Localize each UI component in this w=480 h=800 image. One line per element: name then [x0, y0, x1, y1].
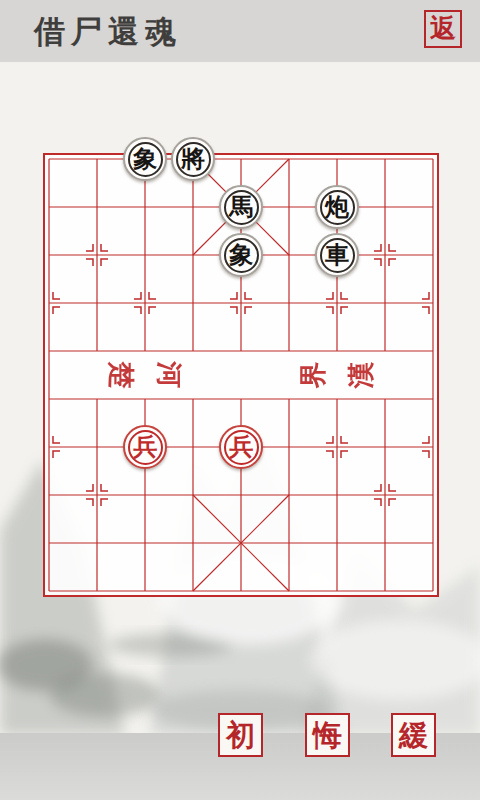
piece-ring: 象 — [128, 142, 163, 177]
restart-button[interactable]: 初 — [218, 713, 263, 757]
piece-ring: 兵 — [224, 430, 259, 465]
back-button[interactable]: 返 — [424, 10, 462, 48]
piece-ring: 馬 — [224, 190, 259, 225]
piece-glyph: 象 — [229, 243, 253, 267]
xiangqi-board[interactable]: 楚河界漢 象將馬炮象車兵兵 — [25, 135, 457, 615]
piece-ring: 象 — [224, 238, 259, 273]
undo-button[interactable]: 悔 — [305, 713, 350, 757]
piece-black-horse[interactable]: 馬 — [219, 185, 263, 229]
piece-glyph: 將 — [181, 147, 205, 171]
piece-glyph: 炮 — [325, 195, 349, 219]
piece-glyph: 象 — [133, 147, 157, 171]
piece-glyph: 兵 — [133, 435, 157, 459]
piece-red-soldier[interactable]: 兵 — [123, 425, 167, 469]
piece-black-chariot[interactable]: 車 — [315, 233, 359, 277]
slow-button[interactable]: 緩 — [391, 713, 436, 757]
header: 借尸還魂 返 — [0, 0, 480, 62]
piece-black-elephant[interactable]: 象 — [219, 233, 263, 277]
piece-ring: 車 — [320, 238, 355, 273]
piece-glyph: 車 — [325, 243, 349, 267]
piece-red-soldier[interactable]: 兵 — [219, 425, 263, 469]
pieces-layer: 象將馬炮象車兵兵 — [25, 135, 457, 615]
piece-black-elephant[interactable]: 象 — [123, 137, 167, 181]
piece-black-cannon[interactable]: 炮 — [315, 185, 359, 229]
xiangqi-puzzle-app: 借尸還魂 返 楚河界漢 象將馬炮象車兵兵 初 悔 緩 — [0, 0, 480, 800]
piece-glyph: 馬 — [229, 195, 253, 219]
page-title: 借尸還魂 — [34, 11, 182, 53]
piece-ring: 兵 — [128, 430, 163, 465]
piece-ring: 將 — [176, 142, 211, 177]
piece-glyph: 兵 — [229, 435, 253, 459]
piece-ring: 炮 — [320, 190, 355, 225]
piece-black-general[interactable]: 將 — [171, 137, 215, 181]
